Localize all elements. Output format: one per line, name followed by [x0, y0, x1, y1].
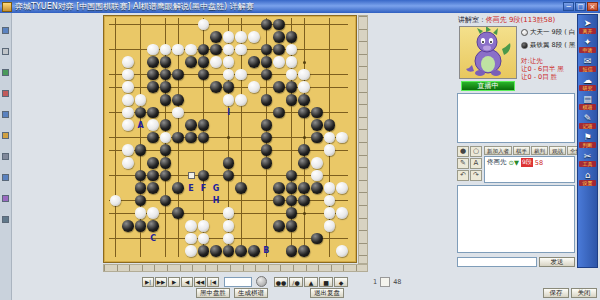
board-cell[interactable]: [235, 119, 248, 132]
board-cell[interactable]: [298, 157, 311, 170]
board-cell[interactable]: [298, 94, 311, 107]
board-cell[interactable]: [273, 207, 286, 220]
board-cell[interactable]: [109, 81, 122, 94]
board-cell[interactable]: [210, 131, 223, 144]
commentary-box[interactable]: [457, 93, 575, 143]
board-cell[interactable]: [109, 182, 122, 195]
board-cell[interactable]: [185, 194, 198, 207]
board-cell[interactable]: [311, 106, 324, 119]
board-cell[interactable]: [147, 207, 160, 220]
board-cell[interactable]: [248, 81, 261, 94]
board-cell[interactable]: [109, 232, 122, 245]
board-cell[interactable]: [197, 31, 210, 44]
analysis-tool-button[interactable]: ○: [470, 146, 482, 157]
board-cell[interactable]: [159, 220, 172, 233]
viewer-tab[interactable]: 新加入者: [484, 146, 512, 155]
board-cell[interactable]: [159, 157, 172, 170]
toolbar-button-工具[interactable]: ✂工具: [579, 151, 596, 167]
board-cell[interactable]: [323, 169, 336, 182]
board-cell[interactable]: B: [260, 245, 273, 258]
board-cell[interactable]: [298, 144, 311, 157]
board-cell[interactable]: [311, 232, 324, 245]
board-cell[interactable]: [172, 131, 185, 144]
sidebar-icon[interactable]: [2, 27, 9, 34]
sidebar-icon[interactable]: [2, 111, 9, 118]
toolbar-button-记谱[interactable]: ✎记谱: [579, 113, 596, 129]
board-cell[interactable]: [122, 220, 135, 233]
board-cell[interactable]: [185, 56, 198, 69]
board-cell[interactable]: [248, 144, 261, 157]
board-cell[interactable]: [210, 144, 223, 157]
board-cell[interactable]: [147, 94, 160, 107]
board-cell[interactable]: [185, 68, 198, 81]
board-cell[interactable]: [323, 31, 336, 44]
board-cell[interactable]: [210, 232, 223, 245]
board-cell[interactable]: [134, 94, 147, 107]
board-cell[interactable]: [122, 144, 135, 157]
board-cell[interactable]: [285, 194, 298, 207]
board-cell[interactable]: [260, 56, 273, 69]
board-cell[interactable]: [147, 144, 160, 157]
board-cell[interactable]: [311, 245, 324, 258]
board-cell[interactable]: [109, 106, 122, 119]
board-cell[interactable]: [273, 182, 286, 195]
board-cell[interactable]: [159, 182, 172, 195]
board-cell[interactable]: [285, 207, 298, 220]
board-cell[interactable]: [122, 56, 135, 69]
board-cell[interactable]: [311, 56, 324, 69]
board-cell[interactable]: [248, 232, 261, 245]
board-cell[interactable]: [273, 245, 286, 258]
board-cell[interactable]: [311, 157, 324, 170]
board-cell[interactable]: [197, 106, 210, 119]
board-cell[interactable]: [235, 94, 248, 107]
nav-button[interactable]: ▶|: [142, 277, 154, 287]
board-cell[interactable]: [134, 68, 147, 81]
board-cell[interactable]: [197, 68, 210, 81]
board-cell[interactable]: [122, 207, 135, 220]
board-cell[interactable]: [147, 169, 160, 182]
board-cell[interactable]: [323, 68, 336, 81]
board-cell[interactable]: [172, 169, 185, 182]
sidebar-icon[interactable]: [2, 153, 9, 160]
board-cell[interactable]: [235, 144, 248, 157]
board-cell[interactable]: [323, 232, 336, 245]
board-cell[interactable]: G: [210, 182, 223, 195]
board-cell[interactable]: [172, 182, 185, 195]
board-cell[interactable]: [134, 245, 147, 258]
board-cell[interactable]: [235, 220, 248, 233]
board-cell[interactable]: [222, 31, 235, 44]
board-cell[interactable]: [185, 245, 198, 258]
board-cell[interactable]: [273, 144, 286, 157]
board-cell[interactable]: [260, 220, 273, 233]
board-cell[interactable]: [336, 207, 349, 220]
board-cell[interactable]: [248, 157, 261, 170]
board-cell[interactable]: [172, 56, 185, 69]
board-cell[interactable]: [122, 157, 135, 170]
board-cell[interactable]: [134, 81, 147, 94]
board-cell[interactable]: [311, 119, 324, 132]
board-cell[interactable]: I: [222, 106, 235, 119]
board-cell[interactable]: [210, 94, 223, 107]
board-cell[interactable]: [172, 31, 185, 44]
board-cell[interactable]: [273, 169, 286, 182]
board-cell[interactable]: [235, 81, 248, 94]
board-cell[interactable]: [159, 119, 172, 132]
board-cell[interactable]: [298, 194, 311, 207]
board-cell[interactable]: [248, 94, 261, 107]
board-cell[interactable]: [235, 232, 248, 245]
board-cell[interactable]: [235, 182, 248, 195]
board-cell[interactable]: [172, 43, 185, 56]
board-cell[interactable]: [260, 144, 273, 157]
board-cell[interactable]: [159, 18, 172, 31]
board-cell[interactable]: [147, 245, 160, 258]
board-cell[interactable]: [273, 68, 286, 81]
board-cell[interactable]: [109, 144, 122, 157]
board-cell[interactable]: [285, 56, 298, 69]
board-cell[interactable]: [134, 106, 147, 119]
board-cell[interactable]: [172, 106, 185, 119]
board-cell[interactable]: [109, 245, 122, 258]
board-cell[interactable]: [285, 18, 298, 31]
analysis-tool-button[interactable]: ✎: [457, 158, 469, 169]
board-cell[interactable]: [323, 207, 336, 220]
board-cell[interactable]: [311, 31, 324, 44]
minimize-button[interactable]: ─: [563, 2, 574, 11]
board-cell[interactable]: [298, 56, 311, 69]
board-cell[interactable]: [172, 245, 185, 258]
board-cell[interactable]: [109, 169, 122, 182]
board-cell[interactable]: [134, 220, 147, 233]
board-cell[interactable]: [210, 119, 223, 132]
markup-toggle-button[interactable]: ■: [319, 277, 333, 287]
board-cell[interactable]: [336, 81, 349, 94]
board-cell[interactable]: [248, 207, 261, 220]
board-cell[interactable]: [172, 119, 185, 132]
board-cell[interactable]: [222, 81, 235, 94]
board-cell[interactable]: [134, 56, 147, 69]
toolbar-button-离开[interactable]: ➤离开: [579, 18, 596, 34]
board-cell[interactable]: [147, 68, 160, 81]
board-cell[interactable]: [235, 43, 248, 56]
chat-box[interactable]: [457, 185, 575, 253]
markup-toggle-button[interactable]: ◆: [334, 277, 348, 287]
board-cell[interactable]: [197, 18, 210, 31]
board-cell[interactable]: [172, 194, 185, 207]
board-cell[interactable]: [248, 68, 261, 81]
chat-input[interactable]: [457, 257, 537, 267]
board-cell[interactable]: [172, 232, 185, 245]
board-cell[interactable]: [285, 169, 298, 182]
board-cell[interactable]: [248, 56, 261, 69]
board-cell[interactable]: [235, 207, 248, 220]
board-cell[interactable]: [248, 245, 261, 258]
board-cell[interactable]: [185, 31, 198, 44]
sidebar-icon[interactable]: [2, 174, 9, 181]
board-cell[interactable]: [285, 182, 298, 195]
board-cell[interactable]: [260, 169, 273, 182]
board-cell[interactable]: [109, 31, 122, 44]
board-cell[interactable]: [109, 68, 122, 81]
board-cell[interactable]: [185, 43, 198, 56]
sidebar-icon[interactable]: [2, 69, 9, 76]
board-cell[interactable]: [260, 81, 273, 94]
board-cell[interactable]: [222, 144, 235, 157]
markup-toggle-button[interactable]: /●: [289, 277, 303, 287]
board-cell[interactable]: [285, 68, 298, 81]
board-cell[interactable]: [197, 43, 210, 56]
board-cell[interactable]: [298, 232, 311, 245]
board-cell[interactable]: [336, 220, 349, 233]
board-cell[interactable]: [298, 31, 311, 44]
board-cell[interactable]: [159, 81, 172, 94]
board-cell[interactable]: [260, 232, 273, 245]
board-cell[interactable]: [159, 144, 172, 157]
board-cell[interactable]: [248, 194, 261, 207]
board-cell[interactable]: [323, 157, 336, 170]
board-cell[interactable]: [210, 31, 223, 44]
board-cell[interactable]: [210, 18, 223, 31]
board-cell[interactable]: [336, 182, 349, 195]
board-cell[interactable]: [235, 31, 248, 44]
board-cell[interactable]: [273, 232, 286, 245]
board-cell[interactable]: [298, 182, 311, 195]
board-cell[interactable]: [210, 169, 223, 182]
board-cell[interactable]: A: [134, 119, 147, 132]
board-cell[interactable]: [109, 56, 122, 69]
board-cell[interactable]: [222, 131, 235, 144]
board-cell[interactable]: [248, 31, 261, 44]
exit-review-button[interactable]: 退出复盘: [310, 288, 344, 298]
board-cell[interactable]: [260, 18, 273, 31]
board-cell[interactable]: [260, 94, 273, 107]
board-cell[interactable]: [235, 56, 248, 69]
board-cell[interactable]: [222, 157, 235, 170]
board-cell[interactable]: [235, 68, 248, 81]
board-cell[interactable]: [147, 220, 160, 233]
board-cell[interactable]: [185, 169, 198, 182]
board-cell[interactable]: [260, 207, 273, 220]
board-cell[interactable]: [134, 131, 147, 144]
board-cell[interactable]: [159, 94, 172, 107]
board-cell[interactable]: [336, 232, 349, 245]
board-cell[interactable]: [197, 232, 210, 245]
board-cell[interactable]: [323, 119, 336, 132]
board-cell[interactable]: [134, 18, 147, 31]
board-cell[interactable]: [172, 144, 185, 157]
board-cell[interactable]: [122, 81, 135, 94]
board-cell[interactable]: [210, 220, 223, 233]
board-cell[interactable]: [147, 31, 160, 44]
save-button[interactable]: 保存: [543, 288, 569, 298]
board-cell[interactable]: [185, 220, 198, 233]
board-cell[interactable]: [109, 131, 122, 144]
nav-button[interactable]: ◀◀: [194, 277, 206, 287]
board-cell[interactable]: [122, 68, 135, 81]
board-cell[interactable]: [159, 31, 172, 44]
board-cell[interactable]: [336, 68, 349, 81]
board-cell[interactable]: [222, 194, 235, 207]
board-cell[interactable]: [172, 81, 185, 94]
markup-toggle-button[interactable]: ▲: [304, 277, 318, 287]
board-cell[interactable]: [222, 232, 235, 245]
sidebar-icon[interactable]: [2, 48, 9, 55]
board-cell[interactable]: [311, 182, 324, 195]
nav-button[interactable]: ▶▶: [155, 277, 167, 287]
board-cell[interactable]: [323, 106, 336, 119]
toolbar-button-申请[interactable]: ✦申请: [579, 37, 596, 53]
board-cell[interactable]: [222, 68, 235, 81]
board-cell[interactable]: [323, 182, 336, 195]
board-cell[interactable]: [222, 94, 235, 107]
board-cell[interactable]: [185, 106, 198, 119]
board-cell[interactable]: [298, 119, 311, 132]
board-cell[interactable]: [311, 43, 324, 56]
board-cell[interactable]: [273, 106, 286, 119]
board-cell[interactable]: [122, 94, 135, 107]
board-cell[interactable]: [336, 56, 349, 69]
board-cell[interactable]: [185, 207, 198, 220]
board-cell[interactable]: [235, 157, 248, 170]
board-cell[interactable]: [248, 220, 261, 233]
board-cell[interactable]: [197, 207, 210, 220]
board-cell[interactable]: [172, 94, 185, 107]
board-cell[interactable]: [109, 94, 122, 107]
sidebar-icon[interactable]: [2, 195, 9, 202]
board-cell[interactable]: [336, 31, 349, 44]
board-cell[interactable]: [134, 169, 147, 182]
counter-box[interactable]: [380, 277, 390, 287]
board-cell[interactable]: [134, 43, 147, 56]
board-cell[interactable]: [147, 43, 160, 56]
board-cell[interactable]: [336, 144, 349, 157]
board-cell[interactable]: [122, 245, 135, 258]
board-cell[interactable]: [285, 220, 298, 233]
board-cell[interactable]: [285, 81, 298, 94]
board-cell[interactable]: [222, 119, 235, 132]
board-cell[interactable]: [147, 157, 160, 170]
board-cell[interactable]: [298, 81, 311, 94]
board-cell[interactable]: [210, 207, 223, 220]
board-cell[interactable]: [172, 220, 185, 233]
board-cell[interactable]: [159, 68, 172, 81]
board-cell[interactable]: C: [147, 232, 160, 245]
toolbar-button-判断[interactable]: ⚑判断: [579, 132, 596, 148]
board-cell[interactable]: [197, 194, 210, 207]
toolbar-button-设置[interactable]: ⌂设置: [579, 170, 596, 186]
board-cell[interactable]: [273, 194, 286, 207]
board-cell[interactable]: [323, 18, 336, 31]
board-cell[interactable]: E: [185, 182, 198, 195]
board-cell[interactable]: [159, 194, 172, 207]
analysis-tool-button[interactable]: ●: [457, 146, 469, 157]
board-cell[interactable]: [122, 194, 135, 207]
analysis-tool-button[interactable]: ↷: [470, 170, 482, 181]
board-cell[interactable]: [323, 81, 336, 94]
sidebar-icon[interactable]: [2, 216, 9, 223]
board-cell[interactable]: [273, 220, 286, 233]
analysis-tool-button[interactable]: ↶: [457, 170, 469, 181]
board-cell[interactable]: [122, 131, 135, 144]
board-cell[interactable]: [159, 245, 172, 258]
board-cell[interactable]: [235, 169, 248, 182]
board-cell[interactable]: [311, 68, 324, 81]
close-button[interactable]: ×: [587, 2, 598, 11]
board-cell[interactable]: [134, 194, 147, 207]
board-cell[interactable]: [185, 144, 198, 157]
board-cell[interactable]: [248, 18, 261, 31]
board-cell[interactable]: [159, 56, 172, 69]
board-cell[interactable]: [336, 194, 349, 207]
board-cell[interactable]: [285, 94, 298, 107]
board-cell[interactable]: [197, 245, 210, 258]
board-cell[interactable]: [298, 169, 311, 182]
board-cell[interactable]: [210, 81, 223, 94]
board-cell[interactable]: [122, 232, 135, 245]
board-cell[interactable]: [285, 157, 298, 170]
board-cell[interactable]: [222, 245, 235, 258]
board-cell[interactable]: [197, 169, 210, 182]
analysis-tool-button[interactable]: A: [470, 158, 482, 169]
nav-button[interactable]: ▶: [168, 277, 180, 287]
board-cell[interactable]: [235, 194, 248, 207]
nav-button[interactable]: ◀: [181, 277, 193, 287]
board-cell[interactable]: [323, 144, 336, 157]
board-cell[interactable]: [311, 94, 324, 107]
board-cell[interactable]: [298, 68, 311, 81]
board-cell[interactable]: [185, 81, 198, 94]
board-cell[interactable]: [336, 245, 349, 258]
board-cell[interactable]: [109, 18, 122, 31]
board-cell[interactable]: [273, 94, 286, 107]
board-cell[interactable]: [298, 220, 311, 233]
board-cell[interactable]: [210, 43, 223, 56]
board-cell[interactable]: [147, 182, 160, 195]
board-cell[interactable]: [235, 245, 248, 258]
move-number-input[interactable]: [224, 277, 252, 287]
board-cell[interactable]: [336, 18, 349, 31]
board-cell[interactable]: [185, 157, 198, 170]
toolbar-button-研究[interactable]: ☁研究: [579, 75, 596, 91]
board-cell[interactable]: [311, 18, 324, 31]
board-cell[interactable]: [323, 245, 336, 258]
board-cell[interactable]: [311, 81, 324, 94]
board-cell[interactable]: [197, 144, 210, 157]
board-cell[interactable]: [323, 194, 336, 207]
board-cell[interactable]: [311, 144, 324, 157]
board-cell[interactable]: [248, 182, 261, 195]
board-cell[interactable]: [285, 106, 298, 119]
board-cell[interactable]: [298, 18, 311, 31]
board-cell[interactable]: [285, 144, 298, 157]
board-cell[interactable]: [134, 207, 147, 220]
board-cell[interactable]: [336, 169, 349, 182]
board-cell[interactable]: [222, 207, 235, 220]
board-cell[interactable]: [235, 106, 248, 119]
board-cell[interactable]: [197, 220, 210, 233]
board-cell[interactable]: [147, 56, 160, 69]
go-to-move-button[interactable]: [256, 276, 267, 287]
board-cell[interactable]: [248, 106, 261, 119]
board-cell[interactable]: [273, 157, 286, 170]
board-cell[interactable]: [159, 43, 172, 56]
board-cell[interactable]: [159, 131, 172, 144]
board-cell[interactable]: [273, 56, 286, 69]
board-cell[interactable]: [172, 157, 185, 170]
board-cell[interactable]: [147, 106, 160, 119]
